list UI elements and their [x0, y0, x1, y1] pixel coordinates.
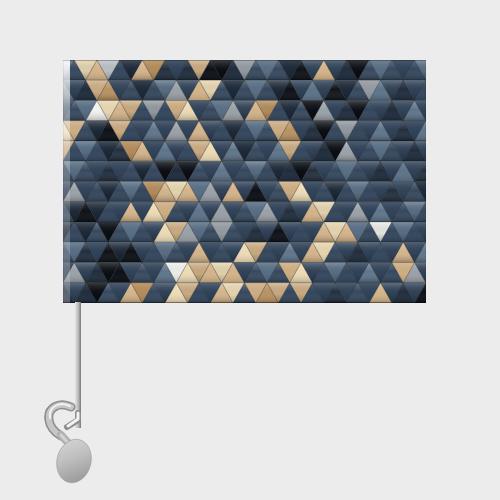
clip-latch — [67, 413, 78, 427]
clip-paddle — [52, 436, 96, 487]
window-clip — [40, 398, 112, 498]
triangle-mosaic — [63, 60, 426, 303]
car-flag — [63, 60, 426, 303]
product-photo — [0, 0, 500, 500]
